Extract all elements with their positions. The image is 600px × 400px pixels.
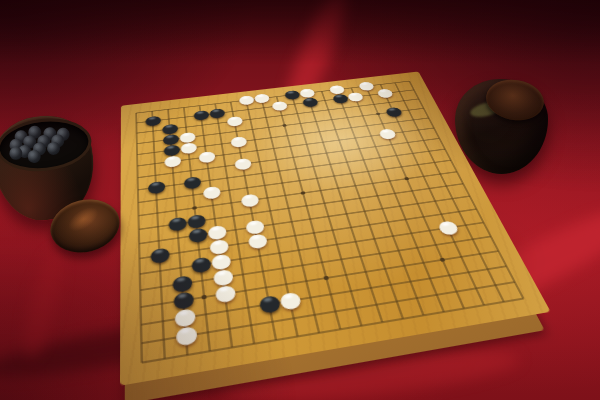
- bowl-lid-icon: [483, 76, 546, 125]
- bowl-stone-black: [27, 149, 41, 163]
- bowl-interior: [0, 114, 94, 176]
- board-perspective-wrapper: ●●●●●●●●●●●●●●●●●●●●●●●●●●●●●●●●●●●●●●●●…: [124, 14, 482, 372]
- bowl-stone-black: [9, 146, 23, 160]
- bowl-stone-black: [46, 141, 60, 155]
- lid-grain-highlight: [64, 202, 102, 236]
- photo-scene: ●●●●●●●●●●●●●●●●●●●●●●●●●●●●●●●●●●●●●●●●…: [0, 0, 600, 400]
